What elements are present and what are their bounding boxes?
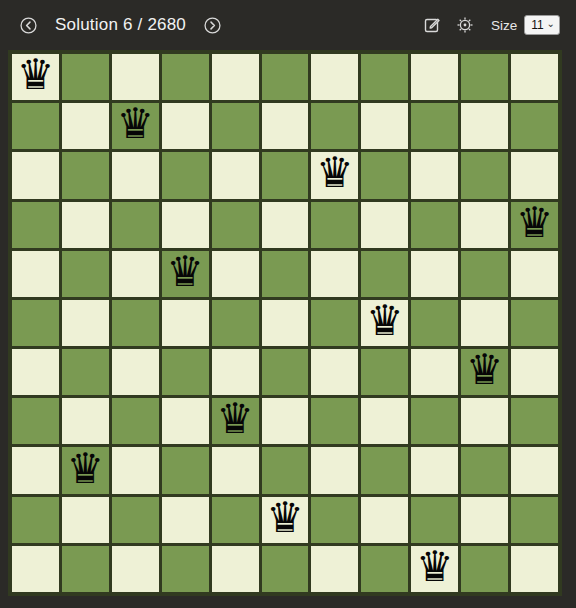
settings-gear-button[interactable] (456, 16, 474, 34)
board-cell-r7c10 (511, 398, 558, 444)
board-cell-r4c8 (411, 251, 458, 297)
board-cell-r3c9 (461, 202, 508, 248)
board-cell-r9c7 (361, 497, 408, 543)
board-cell-r8c1: ♛ (62, 447, 109, 493)
board-cell-r4c3: ♛ (162, 251, 209, 297)
board-cell-r9c9 (461, 497, 508, 543)
board-cell-r10c5 (262, 546, 309, 592)
board-cell-r3c7 (361, 202, 408, 248)
board-cell-r2c6: ♛ (311, 152, 358, 198)
board-cell-r9c8 (411, 497, 458, 543)
board-cell-r0c5 (262, 54, 309, 100)
board-cell-r4c10 (511, 251, 558, 297)
black-queen: ♛ (17, 54, 55, 96)
board-cell-r5c7: ♛ (361, 300, 408, 346)
board-cell-r10c3 (162, 546, 209, 592)
board-cell-r10c10 (511, 546, 558, 592)
board-cell-r4c5 (262, 251, 309, 297)
board-cell-r6c1 (62, 349, 109, 395)
board-cell-r7c2 (112, 398, 159, 444)
black-queen: ♛ (67, 448, 105, 490)
board-cell-r4c9 (461, 251, 508, 297)
board-cell-r1c6 (311, 103, 358, 149)
board-cell-r4c1 (62, 251, 109, 297)
board-cell-r0c6 (311, 54, 358, 100)
black-queen: ♛ (416, 546, 454, 588)
board-cell-r4c4 (212, 251, 259, 297)
board-cell-r7c8 (411, 398, 458, 444)
board-cell-r1c1 (62, 103, 109, 149)
app-window: Solution 6 / 2680 (0, 0, 576, 596)
board-cell-r7c6 (311, 398, 358, 444)
board-cell-r5c10 (511, 300, 558, 346)
board-cell-r1c2: ♛ (112, 103, 159, 149)
board-cell-r0c9 (461, 54, 508, 100)
board-cell-r0c2 (112, 54, 159, 100)
board-cell-r4c2 (112, 251, 159, 297)
board-cell-r2c5 (262, 152, 309, 198)
board-cell-r1c7 (361, 103, 408, 149)
board-cell-r10c1 (62, 546, 109, 592)
board-cell-r5c8 (411, 300, 458, 346)
board-cell-r1c5 (262, 103, 309, 149)
board-cell-r9c3 (162, 497, 209, 543)
board-cell-r7c9 (461, 398, 508, 444)
black-queen: ♛ (166, 251, 204, 293)
board-cell-r5c5 (262, 300, 309, 346)
black-queen: ♛ (216, 398, 254, 440)
gear-icon (456, 16, 474, 34)
board-cell-r9c6 (311, 497, 358, 543)
board-cell-r8c4 (212, 447, 259, 493)
board-cell-r6c10 (511, 349, 558, 395)
board-cell-r5c6 (311, 300, 358, 346)
board-cell-r6c3 (162, 349, 209, 395)
board-cell-r0c7 (361, 54, 408, 100)
board-cell-r0c1 (62, 54, 109, 100)
board-cell-r9c1 (62, 497, 109, 543)
board-cell-r5c9 (461, 300, 508, 346)
board-cell-r0c10 (511, 54, 558, 100)
board-cell-r7c5 (262, 398, 309, 444)
board-cell-r8c0 (12, 447, 59, 493)
board-cell-r2c4 (212, 152, 259, 198)
board-cell-r6c7 (361, 349, 408, 395)
board-cell-r2c10 (511, 152, 558, 198)
size-select[interactable]: 11 ⌄ (524, 15, 560, 35)
board-cell-r2c8 (411, 152, 458, 198)
board-cell-r7c1 (62, 398, 109, 444)
size-select-value: 11 (531, 18, 543, 32)
board-cell-r10c6 (311, 546, 358, 592)
board-cell-r3c10: ♛ (511, 202, 558, 248)
board-cell-r9c5: ♛ (262, 497, 309, 543)
chevron-right-circle-icon (204, 17, 221, 34)
black-queen: ♛ (316, 152, 354, 194)
board-cell-r10c4 (212, 546, 259, 592)
board-cell-r1c8 (411, 103, 458, 149)
edit-button[interactable] (423, 16, 441, 34)
board-cell-r1c0 (12, 103, 59, 149)
board-cell-r0c4 (212, 54, 259, 100)
edit-pencil-square-icon (423, 16, 441, 34)
board-cell-r1c9 (461, 103, 508, 149)
black-queen: ♛ (516, 202, 554, 244)
black-queen: ♛ (116, 103, 154, 145)
board-cell-r3c2 (112, 202, 159, 248)
board-cell-r8c10 (511, 447, 558, 493)
board-cell-r7c3 (162, 398, 209, 444)
black-queen: ♛ (366, 300, 404, 342)
board-cell-r4c0 (12, 251, 59, 297)
board-cell-r10c9 (461, 546, 508, 592)
board-cell-r3c8 (411, 202, 458, 248)
size-label: Size (491, 18, 517, 33)
board-cell-r4c6 (311, 251, 358, 297)
board-cell-r5c4 (212, 300, 259, 346)
board-cell-r6c2 (112, 349, 159, 395)
board-cell-r8c5 (262, 447, 309, 493)
board-cell-r2c3 (162, 152, 209, 198)
board-cell-r8c7 (361, 447, 408, 493)
next-solution-button[interactable] (204, 17, 221, 34)
board-cell-r6c6 (311, 349, 358, 395)
board-cell-r9c10 (511, 497, 558, 543)
page-title: Solution 6 / 2680 (55, 15, 186, 35)
board-cell-r5c0 (12, 300, 59, 346)
board-cell-r0c3 (162, 54, 209, 100)
board-cell-r3c1 (62, 202, 109, 248)
board-cell-r1c10 (511, 103, 558, 149)
board-cell-r3c5 (262, 202, 309, 248)
black-queen: ♛ (266, 497, 304, 539)
board-cell-r10c2 (112, 546, 159, 592)
board-cell-r2c9 (461, 152, 508, 198)
board-cell-r3c3 (162, 202, 209, 248)
board-cell-r2c7 (361, 152, 408, 198)
board-cell-r6c5 (262, 349, 309, 395)
board-cell-r7c0 (12, 398, 59, 444)
chevron-left-circle-icon (20, 17, 37, 34)
board-cell-r7c4: ♛ (212, 398, 259, 444)
board-cell-r6c0 (12, 349, 59, 395)
board-cell-r9c0 (12, 497, 59, 543)
board-cell-r3c0 (12, 202, 59, 248)
header: Solution 6 / 2680 (0, 0, 576, 50)
board-cell-r3c6 (311, 202, 358, 248)
header-right-group: Size 11 ⌄ (423, 15, 560, 35)
board-cell-r3c4 (212, 202, 259, 248)
board-cell-r5c1 (62, 300, 109, 346)
black-queen: ♛ (466, 349, 504, 391)
board-cell-r8c6 (311, 447, 358, 493)
board-cell-r1c4 (212, 103, 259, 149)
board-cell-r6c9: ♛ (461, 349, 508, 395)
board-cell-r6c4 (212, 349, 259, 395)
board-cell-r0c0: ♛ (12, 54, 59, 100)
board-cell-r5c3 (162, 300, 209, 346)
board-cell-r8c8 (411, 447, 458, 493)
board-cell-r8c3 (162, 447, 209, 493)
board-cell-r2c0 (12, 152, 59, 198)
prev-solution-button[interactable] (20, 17, 37, 34)
board-cell-r10c8: ♛ (411, 546, 458, 592)
board-cell-r0c8 (411, 54, 458, 100)
board-cell-r8c2 (112, 447, 159, 493)
board-cell-r9c2 (112, 497, 159, 543)
board-cell-r10c0 (12, 546, 59, 592)
board-cell-r5c2 (112, 300, 159, 346)
board-cell-r4c7 (361, 251, 408, 297)
board: ♛♛♛♛♛♛♛♛♛♛♛ (8, 50, 562, 596)
board-cell-r2c2 (112, 152, 159, 198)
board-cell-r8c9 (461, 447, 508, 493)
board-cell-r2c1 (62, 152, 109, 198)
board-cell-r10c7 (361, 546, 408, 592)
board-cell-r1c3 (162, 103, 209, 149)
board-cell-r6c8 (411, 349, 458, 395)
chevron-down-icon: ⌄ (547, 19, 555, 29)
board-cell-r9c4 (212, 497, 259, 543)
board-cell-r7c7 (361, 398, 408, 444)
